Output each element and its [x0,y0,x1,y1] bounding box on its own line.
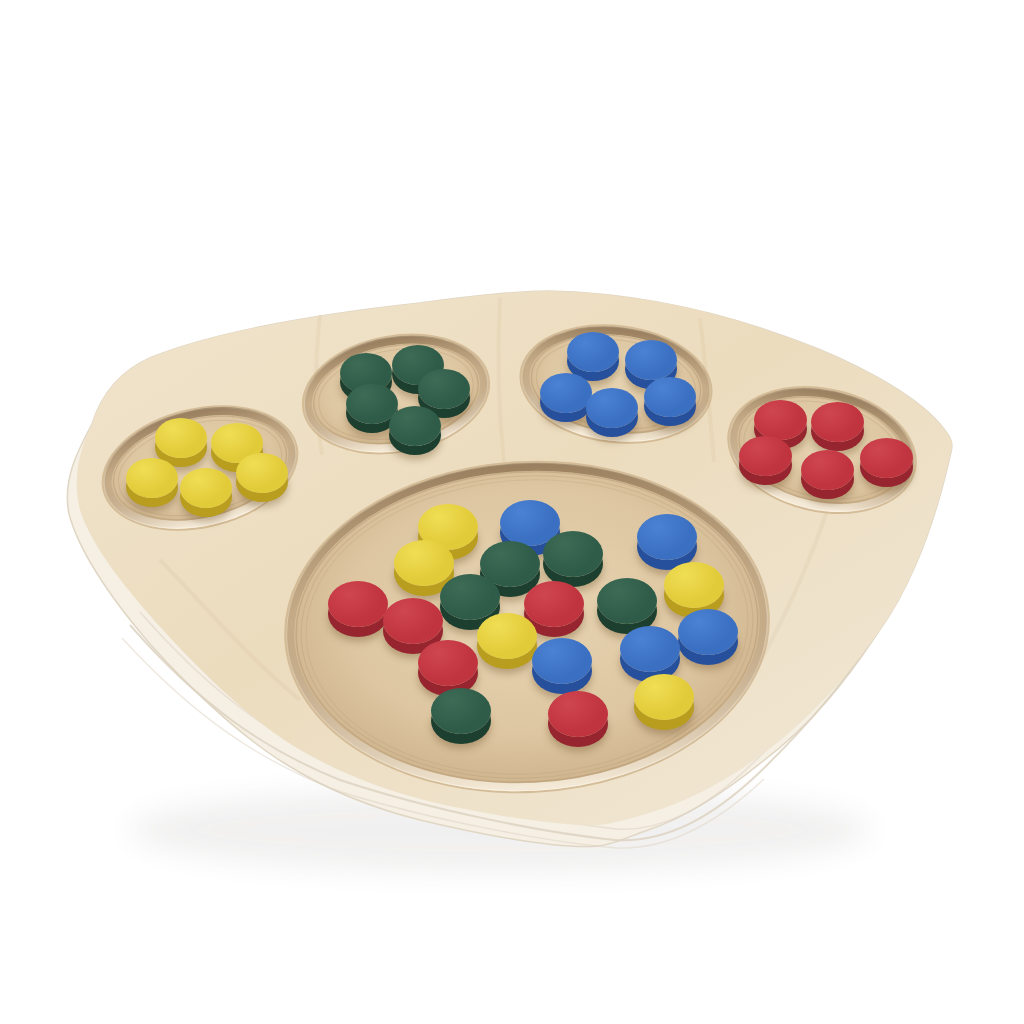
disc-red[interactable] [801,450,854,490]
disc-red[interactable] [739,436,792,476]
disc-blue[interactable] [586,388,638,428]
disc-green[interactable] [543,531,603,577]
disc-yellow[interactable] [180,468,232,508]
disc-yellow[interactable] [236,453,288,493]
disc-red[interactable] [548,691,608,737]
disc-blue[interactable] [567,332,619,372]
disc-blue[interactable] [644,377,696,417]
disc-green[interactable] [431,688,491,734]
disc-red[interactable] [754,400,807,440]
disc-yellow[interactable] [477,613,537,659]
disc-red[interactable] [328,581,388,627]
disc-red[interactable] [383,598,443,644]
disc-yellow[interactable] [126,458,178,498]
disc-yellow[interactable] [394,540,454,586]
disc-blue[interactable] [625,340,677,380]
disc-blue[interactable] [540,373,592,413]
disc-blue[interactable] [620,626,680,672]
disc-green[interactable] [418,369,470,409]
disc-blue[interactable] [637,514,697,560]
disc-red[interactable] [524,581,584,627]
disc-blue[interactable] [532,638,592,684]
product-photo-scene [0,0,1024,1024]
disc-blue[interactable] [678,609,738,655]
disc-green[interactable] [389,406,441,446]
disc-yellow[interactable] [664,562,724,608]
disc-red[interactable] [811,402,864,442]
disc-red[interactable] [860,438,913,478]
disc-yellow[interactable] [155,418,207,458]
disc-red[interactable] [418,640,478,686]
disc-yellow[interactable] [634,674,694,720]
disc-green[interactable] [597,578,657,624]
disc-green[interactable] [440,574,500,620]
